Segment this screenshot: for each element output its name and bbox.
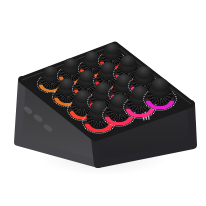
knob-cap <box>84 51 98 62</box>
knob-cap <box>44 66 58 77</box>
knob-cap <box>105 43 119 54</box>
product-photo <box>0 0 206 206</box>
knob-cap <box>121 55 136 66</box>
knob-grid <box>0 0 206 206</box>
